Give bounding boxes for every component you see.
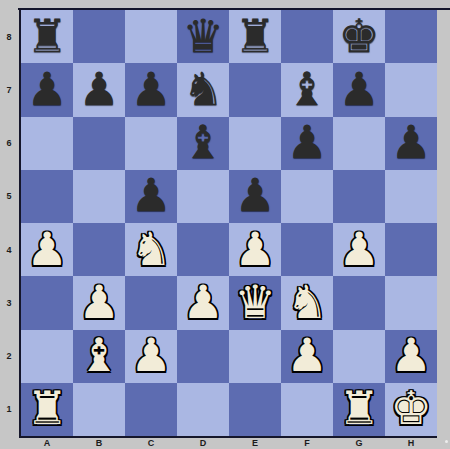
square-b4[interactable] bbox=[73, 223, 125, 276]
file-label-E: E bbox=[229, 437, 281, 449]
square-f8[interactable] bbox=[281, 10, 333, 63]
file-label-D: D bbox=[177, 437, 229, 449]
file-label-C: C bbox=[125, 437, 177, 449]
square-f1[interactable] bbox=[281, 383, 333, 436]
square-c7[interactable]: ♟ bbox=[125, 63, 177, 116]
piece-black-king-g8[interactable]: ♚ bbox=[338, 13, 379, 59]
rank-label-1: 1 bbox=[0, 383, 18, 436]
square-h4[interactable] bbox=[385, 223, 437, 276]
square-c4[interactable]: ♞ bbox=[125, 223, 177, 276]
file-label-G: G bbox=[333, 437, 385, 449]
file-label-H: H bbox=[385, 437, 437, 449]
square-a3[interactable] bbox=[21, 276, 73, 329]
square-a4[interactable]: ♟ bbox=[21, 223, 73, 276]
rank-label-4: 4 bbox=[0, 223, 18, 276]
piece-black-pawn-c5[interactable]: ♟ bbox=[130, 172, 171, 218]
square-a7[interactable]: ♟ bbox=[21, 63, 73, 116]
square-e3[interactable]: ♛ bbox=[229, 276, 281, 329]
square-h2[interactable]: ♟ bbox=[385, 330, 437, 383]
piece-white-queen-e3[interactable]: ♛ bbox=[234, 279, 275, 325]
square-g6[interactable] bbox=[333, 117, 385, 170]
square-d6[interactable]: ♝ bbox=[177, 117, 229, 170]
square-h6[interactable]: ♟ bbox=[385, 117, 437, 170]
square-c2[interactable]: ♟ bbox=[125, 330, 177, 383]
square-d7[interactable]: ♞ bbox=[177, 63, 229, 116]
file-label-F: F bbox=[281, 437, 333, 449]
square-c1[interactable] bbox=[125, 383, 177, 436]
square-d1[interactable] bbox=[177, 383, 229, 436]
square-c5[interactable]: ♟ bbox=[125, 170, 177, 223]
piece-white-rook-a1[interactable]: ♜ bbox=[26, 385, 67, 431]
square-d4[interactable] bbox=[177, 223, 229, 276]
square-b3[interactable]: ♟ bbox=[73, 276, 125, 329]
square-g1[interactable]: ♜ bbox=[333, 383, 385, 436]
piece-black-bishop-d6[interactable]: ♝ bbox=[182, 119, 223, 165]
file-labels: ABCDEFGH bbox=[21, 437, 437, 449]
square-f3[interactable]: ♞ bbox=[281, 276, 333, 329]
rank-label-2: 2 bbox=[0, 330, 18, 383]
piece-black-pawn-g7[interactable]: ♟ bbox=[338, 66, 379, 112]
piece-black-knight-d7[interactable]: ♞ bbox=[182, 66, 223, 112]
square-g8[interactable]: ♚ bbox=[333, 10, 385, 63]
square-a1[interactable]: ♜ bbox=[21, 383, 73, 436]
square-c3[interactable] bbox=[125, 276, 177, 329]
square-h5[interactable] bbox=[385, 170, 437, 223]
square-e4[interactable]: ♟ bbox=[229, 223, 281, 276]
square-g2[interactable] bbox=[333, 330, 385, 383]
square-e2[interactable] bbox=[229, 330, 281, 383]
rank-label-3: 3 bbox=[0, 276, 18, 329]
piece-white-pawn-b3[interactable]: ♟ bbox=[78, 279, 119, 325]
piece-black-pawn-e5[interactable]: ♟ bbox=[234, 172, 275, 218]
square-g3[interactable] bbox=[333, 276, 385, 329]
square-h7[interactable] bbox=[385, 63, 437, 116]
piece-black-rook-e8[interactable]: ♜ bbox=[234, 13, 275, 59]
piece-white-rook-g1[interactable]: ♜ bbox=[338, 385, 379, 431]
square-g4[interactable]: ♟ bbox=[333, 223, 385, 276]
piece-white-bishop-b2[interactable]: ♝ bbox=[78, 332, 119, 378]
piece-black-pawn-c7[interactable]: ♟ bbox=[130, 66, 171, 112]
piece-white-pawn-g4[interactable]: ♟ bbox=[338, 226, 379, 272]
piece-black-queen-d8[interactable]: ♛ bbox=[182, 13, 223, 59]
rank-label-5: 5 bbox=[0, 170, 18, 223]
square-f2[interactable]: ♟ bbox=[281, 330, 333, 383]
rank-label-8: 8 bbox=[0, 10, 18, 63]
square-g5[interactable] bbox=[333, 170, 385, 223]
square-c8[interactable] bbox=[125, 10, 177, 63]
piece-white-pawn-a4[interactable]: ♟ bbox=[26, 226, 67, 272]
piece-black-pawn-b7[interactable]: ♟ bbox=[78, 66, 119, 112]
chess-board: ♜♛♜♚♟♟♟♞♝♟♝♟♟♟♟♟♞♟♟♟♟♛♞♝♟♟♟♜♜♚ bbox=[21, 10, 437, 436]
piece-white-pawn-h2[interactable]: ♟ bbox=[390, 332, 431, 378]
square-h1[interactable]: ♚ bbox=[385, 383, 437, 436]
piece-black-bishop-f7[interactable]: ♝ bbox=[286, 66, 327, 112]
rank-label-7: 7 bbox=[0, 63, 18, 116]
file-label-B: B bbox=[73, 437, 125, 449]
square-a8[interactable]: ♜ bbox=[21, 10, 73, 63]
rank-labels: 87654321 bbox=[0, 10, 18, 436]
square-b7[interactable]: ♟ bbox=[73, 63, 125, 116]
square-b5[interactable] bbox=[73, 170, 125, 223]
square-b6[interactable] bbox=[73, 117, 125, 170]
square-e7[interactable] bbox=[229, 63, 281, 116]
piece-white-pawn-e4[interactable]: ♟ bbox=[234, 226, 275, 272]
square-b2[interactable]: ♝ bbox=[73, 330, 125, 383]
square-e6[interactable] bbox=[229, 117, 281, 170]
square-f7[interactable]: ♝ bbox=[281, 63, 333, 116]
resize-grip-dot bbox=[445, 440, 448, 443]
piece-black-rook-a8[interactable]: ♜ bbox=[26, 13, 67, 59]
square-d2[interactable] bbox=[177, 330, 229, 383]
square-e5[interactable]: ♟ bbox=[229, 170, 281, 223]
piece-white-pawn-d3[interactable]: ♟ bbox=[182, 279, 223, 325]
file-label-A: A bbox=[21, 437, 73, 449]
square-a2[interactable] bbox=[21, 330, 73, 383]
square-f5[interactable] bbox=[281, 170, 333, 223]
piece-white-pawn-f2[interactable]: ♟ bbox=[286, 332, 327, 378]
square-c6[interactable] bbox=[125, 117, 177, 170]
square-e1[interactable] bbox=[229, 383, 281, 436]
piece-black-pawn-h6[interactable]: ♟ bbox=[390, 119, 431, 165]
piece-black-pawn-f6[interactable]: ♟ bbox=[286, 119, 327, 165]
square-f6[interactable]: ♟ bbox=[281, 117, 333, 170]
piece-white-knight-f3[interactable]: ♞ bbox=[286, 279, 327, 325]
square-h8[interactable] bbox=[385, 10, 437, 63]
square-b8[interactable] bbox=[73, 10, 125, 63]
square-g7[interactable]: ♟ bbox=[333, 63, 385, 116]
piece-black-pawn-a7[interactable]: ♟ bbox=[26, 66, 67, 112]
square-d5[interactable] bbox=[177, 170, 229, 223]
square-f4[interactable] bbox=[281, 223, 333, 276]
square-e8[interactable]: ♜ bbox=[229, 10, 281, 63]
piece-white-knight-c4[interactable]: ♞ bbox=[130, 226, 171, 272]
rank-label-6: 6 bbox=[0, 117, 18, 170]
square-d3[interactable]: ♟ bbox=[177, 276, 229, 329]
square-a5[interactable] bbox=[21, 170, 73, 223]
piece-white-pawn-c2[interactable]: ♟ bbox=[130, 332, 171, 378]
square-a6[interactable] bbox=[21, 117, 73, 170]
piece-white-king-h1[interactable]: ♚ bbox=[390, 385, 431, 431]
square-h3[interactable] bbox=[385, 276, 437, 329]
square-b1[interactable] bbox=[73, 383, 125, 436]
square-d8[interactable]: ♛ bbox=[177, 10, 229, 63]
